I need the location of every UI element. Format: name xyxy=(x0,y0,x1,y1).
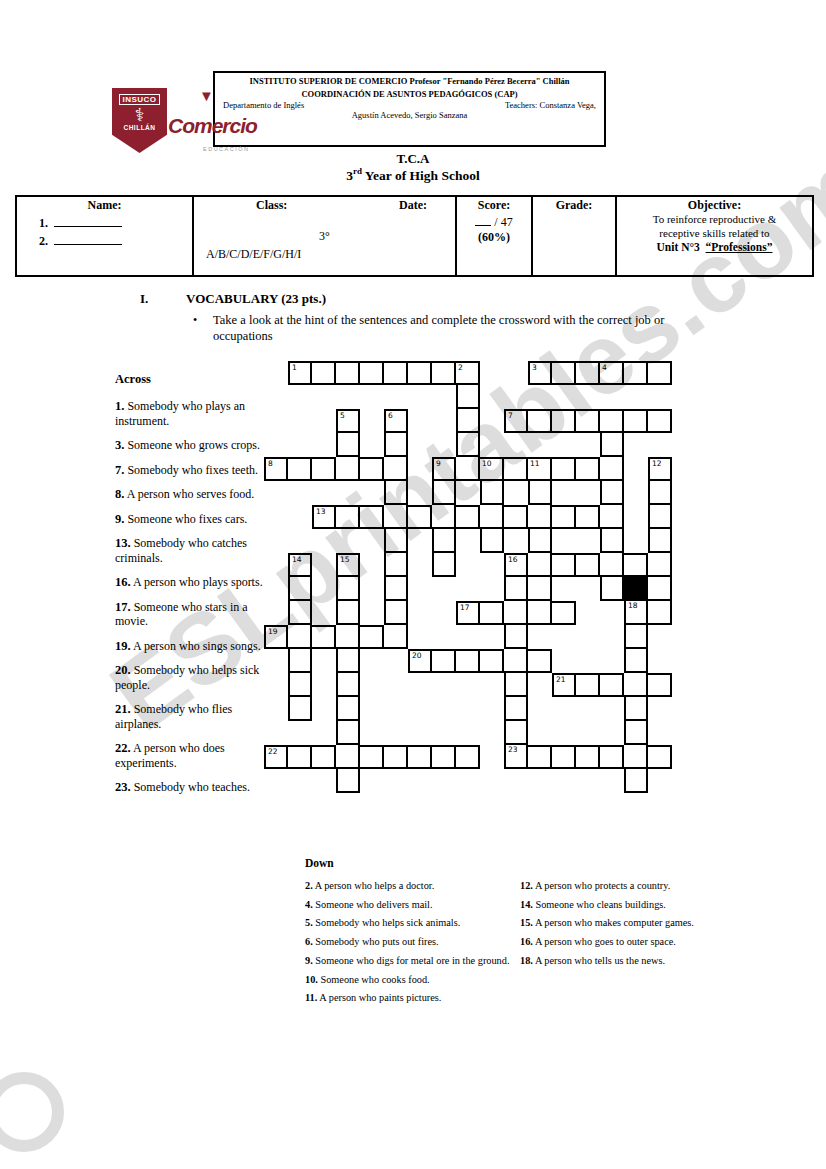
teachers-label: Teachers: Constanza Vega, xyxy=(505,100,596,110)
grid-cell[interactable] xyxy=(432,529,456,553)
clue-item: 22. A person who does experiments. xyxy=(115,741,270,770)
grid-cell[interactable] xyxy=(624,673,648,697)
grid-cell[interactable] xyxy=(600,433,624,457)
clue-item: 8. A person who serves food. xyxy=(115,487,270,502)
clue-number: 7. xyxy=(115,463,124,477)
grid-cell[interactable]: 20 xyxy=(408,649,432,673)
grid-cell[interactable]: 1 xyxy=(288,361,312,385)
clue-number: 9. xyxy=(305,955,313,966)
grid-cell[interactable] xyxy=(600,505,624,529)
brand-text: Comercio xyxy=(168,114,257,138)
clue-item: 9. Someone who digs for metal ore in the… xyxy=(305,952,509,971)
grid-cell[interactable] xyxy=(288,697,312,721)
grid-cell[interactable] xyxy=(648,481,672,505)
score-percent: (60%) xyxy=(457,230,531,245)
grid-cell[interactable] xyxy=(384,553,408,577)
grid-cell[interactable] xyxy=(576,505,600,529)
grid-cell[interactable]: 10 xyxy=(480,457,504,481)
grid-cell[interactable] xyxy=(408,505,432,529)
clue-number: 13. xyxy=(115,536,131,550)
across-clue-list: 1. Somebody who plays an instrument.3. S… xyxy=(115,399,270,795)
grid-cell[interactable]: 13 xyxy=(312,505,336,529)
cell-number: 14 xyxy=(292,556,302,564)
grid-cell[interactable] xyxy=(432,505,456,529)
grid-cell[interactable] xyxy=(288,577,312,601)
clue-item: 1. Somebody who plays an instrument. xyxy=(115,399,270,428)
clue-item: 9. Someone who fixes cars. xyxy=(115,512,270,527)
logo-city: CHILLÁN xyxy=(112,124,167,131)
grid-cell[interactable] xyxy=(648,577,672,601)
grid-cell[interactable] xyxy=(576,745,600,769)
down-heading: Down xyxy=(305,857,334,869)
grid-cell[interactable]: 12 xyxy=(648,457,672,481)
grid-cell[interactable] xyxy=(288,601,312,625)
clue-item: 3. Someone who grows crops. xyxy=(115,438,270,453)
cell-number: 3 xyxy=(532,364,537,372)
caduceus-icon: ⚕ xyxy=(112,106,167,124)
name-line-2: 2. xyxy=(39,234,192,249)
grid-cell[interactable] xyxy=(576,457,600,481)
clue-number: 11. xyxy=(305,992,317,1003)
section-heading: VOCABULARY (23 pts.) xyxy=(186,291,326,307)
grid-cell[interactable] xyxy=(336,625,360,649)
cell-number: 20 xyxy=(412,652,422,660)
grid-cell[interactable] xyxy=(624,745,648,769)
grid-cell[interactable] xyxy=(504,649,528,673)
clue-number: 5. xyxy=(305,917,313,928)
grid-cell[interactable] xyxy=(360,361,384,385)
grid-cell[interactable] xyxy=(384,433,408,457)
cell-number: 2 xyxy=(458,364,463,372)
grid-cell[interactable] xyxy=(456,385,480,409)
grid-cell[interactable] xyxy=(504,697,528,721)
grid-cell[interactable] xyxy=(648,553,672,577)
grid-cell[interactable] xyxy=(600,529,624,553)
grid-cell[interactable] xyxy=(360,505,384,529)
section-roman: I. xyxy=(140,291,148,307)
grid-cell[interactable] xyxy=(384,361,408,385)
cell-number: 17 xyxy=(460,604,470,612)
grid-cell[interactable] xyxy=(600,745,624,769)
grid-cell[interactable] xyxy=(504,457,528,481)
grid-cell[interactable] xyxy=(336,433,360,457)
grid-cell[interactable] xyxy=(336,673,360,697)
grid-cell[interactable] xyxy=(576,409,600,433)
clue-number: 21. xyxy=(115,702,131,716)
grid-cell[interactable] xyxy=(552,457,576,481)
grid-cell[interactable]: 7 xyxy=(504,409,528,433)
black-cell xyxy=(624,577,648,601)
grid-cell[interactable]: 9 xyxy=(432,457,456,481)
grid-cell[interactable] xyxy=(480,601,504,625)
clue-number: 23. xyxy=(115,780,131,794)
logo-acronym: INSUCO xyxy=(119,94,159,105)
grid-cell[interactable] xyxy=(456,409,480,433)
grid-cell[interactable] xyxy=(480,505,504,529)
score-total: / 47 xyxy=(491,215,512,229)
clue-number: 16. xyxy=(520,936,533,947)
objective-cell: Objective: To reinforce reproductive & r… xyxy=(615,197,812,275)
grid-cell[interactable] xyxy=(360,457,384,481)
grid-cell[interactable] xyxy=(432,649,456,673)
clue-number: 6. xyxy=(305,936,313,947)
institution-header-box: INSTITUTO SUPERIOR DE COMERCIO Profesor … xyxy=(213,71,606,147)
cell-number: 6 xyxy=(388,412,393,420)
subtitle-rest: Year of High School xyxy=(362,168,480,183)
grid-cell[interactable]: 18 xyxy=(624,601,648,625)
grid-cell[interactable] xyxy=(552,361,576,385)
grid-cell[interactable] xyxy=(456,433,480,457)
cell-number: 1 xyxy=(292,364,297,372)
grid-cell[interactable]: 17 xyxy=(456,601,480,625)
grid-cell[interactable] xyxy=(384,601,408,625)
clue-item: 12. A person who protects a country. xyxy=(520,877,694,896)
clue-number: 20. xyxy=(115,663,131,677)
grid-cell[interactable] xyxy=(408,745,432,769)
triangle-logo-icon: ▼ xyxy=(199,88,214,105)
grid-cell[interactable] xyxy=(504,577,528,601)
subtitle-ordinal: rd xyxy=(353,166,362,176)
grid-cell[interactable] xyxy=(648,529,672,553)
clue-item: 16. A person who plays sports. xyxy=(115,575,270,590)
objective-unit-number: Unit N°3 xyxy=(657,241,700,253)
score-label: Score: xyxy=(457,198,531,213)
clue-item: 2. A person who helps a doctor. xyxy=(305,877,509,896)
grid-cell[interactable] xyxy=(528,649,552,673)
across-clues-panel: Across 1. Somebody who plays an instrume… xyxy=(115,372,270,805)
clue-number: 3. xyxy=(115,438,124,452)
grid-cell[interactable] xyxy=(504,505,528,529)
cell-number: 15 xyxy=(340,556,350,564)
grid-cell[interactable] xyxy=(312,361,336,385)
cell-number: 10 xyxy=(482,460,492,468)
watermark-fragment xyxy=(0,1072,64,1152)
grid-cell[interactable] xyxy=(600,553,624,577)
cell-number: 16 xyxy=(508,556,518,564)
clue-item: 16. A person who goes to outer space. xyxy=(520,933,694,952)
grid-cell[interactable] xyxy=(624,361,648,385)
grid-cell[interactable] xyxy=(360,745,384,769)
grid-cell[interactable] xyxy=(600,577,624,601)
doc-title: T.C.A xyxy=(0,151,826,167)
grid-cell[interactable] xyxy=(336,361,360,385)
grid-cell[interactable] xyxy=(432,481,456,505)
name-cell: Name: 1. 2. xyxy=(17,197,192,275)
clue-number: 16. xyxy=(115,575,131,589)
cell-number: 11 xyxy=(530,460,540,468)
objective-line2: receptive skills related to xyxy=(617,227,812,241)
grid-cell[interactable] xyxy=(528,745,552,769)
grid-cell[interactable] xyxy=(312,625,336,649)
clue-number: 18. xyxy=(520,955,533,966)
grid-cell[interactable]: 14 xyxy=(288,553,312,577)
clue-number: 17. xyxy=(115,600,131,614)
grid-cell[interactable] xyxy=(432,553,456,577)
objective-line1: To reinforce reproductive & xyxy=(617,213,812,227)
grid-cell[interactable] xyxy=(528,481,552,505)
grid-cell[interactable] xyxy=(624,553,648,577)
grid-cell[interactable]: 3 xyxy=(528,361,552,385)
institution-line2: COORDINACIÓN DE ASUNTOS PEDAGÓGICOS (CAP… xyxy=(215,89,604,99)
grade-cell: Grade: xyxy=(531,197,615,275)
grid-cell[interactable] xyxy=(528,577,552,601)
department-label: Departamento de Inglés xyxy=(223,100,304,110)
clue-item: 13. Somebody who catches criminals. xyxy=(115,536,270,565)
crossword-grid: 1234567891011121314151617181920212223 xyxy=(264,361,672,793)
clue-number: 2. xyxy=(305,880,313,891)
grid-cell[interactable] xyxy=(384,745,408,769)
grid-cell[interactable] xyxy=(456,505,480,529)
grid-cell[interactable] xyxy=(432,745,456,769)
grid-cell[interactable] xyxy=(600,457,624,481)
grid-cell[interactable] xyxy=(600,481,624,505)
grid-cell[interactable] xyxy=(384,505,408,529)
grid-cell[interactable] xyxy=(408,361,432,385)
doc-subtitle: 3rd Year of High School xyxy=(0,166,826,184)
clue-item: 5. Somebody who helps sick animals. xyxy=(305,914,509,933)
cell-number: 23 xyxy=(508,746,518,754)
grid-cell[interactable] xyxy=(648,745,672,769)
grid-cell[interactable] xyxy=(624,769,648,793)
clue-item: 20. Somebody who helps sick people. xyxy=(115,663,270,692)
clue-item: 14. Someone who cleans buildings. xyxy=(520,896,694,915)
grid-cell[interactable]: 6 xyxy=(384,409,408,433)
grid-cell[interactable] xyxy=(504,721,528,745)
grid-cell[interactable] xyxy=(336,649,360,673)
grid-cell[interactable] xyxy=(384,577,408,601)
grid-cell[interactable] xyxy=(504,601,528,625)
grid-cell[interactable] xyxy=(600,409,624,433)
grid-cell[interactable] xyxy=(624,649,648,673)
objective-unit: Unit N°3 “Professions” xyxy=(617,241,812,253)
grid-cell[interactable] xyxy=(336,577,360,601)
class-letters: A/B/C/D/E/F/G/H/I xyxy=(206,247,301,262)
name-line-1: 1. xyxy=(39,216,192,231)
grid-cell[interactable]: 4 xyxy=(600,361,624,385)
grid-cell[interactable] xyxy=(552,505,576,529)
grid-cell[interactable] xyxy=(456,649,480,673)
institution-line1: INSTITUTO SUPERIOR DE COMERCIO Profesor … xyxy=(215,76,604,86)
info-table: Name: 1. 2. Class: Date: 3° A/B/C/D/E/F/… xyxy=(15,195,814,277)
grid-cell[interactable] xyxy=(384,457,408,481)
clue-item: 10. Someone who cooks food. xyxy=(305,971,509,990)
grid-cell[interactable] xyxy=(552,409,576,433)
objective-label: Objective: xyxy=(617,198,812,213)
grid-cell[interactable] xyxy=(648,409,672,433)
grid-cell[interactable] xyxy=(576,361,600,385)
clue-number: 15. xyxy=(520,917,533,928)
clue-number: 22. xyxy=(115,741,131,755)
clue-number: 12. xyxy=(520,880,533,891)
teachers-line2: Agustín Acevedo, Sergio Sanzana xyxy=(215,110,604,120)
grid-cell[interactable] xyxy=(648,505,672,529)
down-clue-list-left: 2. A person who helps a doctor.4. Someon… xyxy=(305,877,509,1008)
grid-cell[interactable] xyxy=(336,697,360,721)
section-instruction: Take a look at the hint of the sentences… xyxy=(213,313,723,344)
clue-item: 4. Someone who delivers mail. xyxy=(305,896,509,915)
grid-cell[interactable] xyxy=(336,457,360,481)
grid-cell[interactable] xyxy=(528,601,552,625)
grid-cell[interactable] xyxy=(456,745,480,769)
grid-cell[interactable] xyxy=(552,601,576,625)
grade-label: Grade: xyxy=(533,198,615,213)
grid-cell[interactable] xyxy=(552,553,576,577)
grid-cell[interactable] xyxy=(384,625,408,649)
cell-number: 9 xyxy=(436,460,441,468)
grid-cell[interactable] xyxy=(648,601,672,625)
school-logo: INSUCO ⚕ CHILLÁN xyxy=(112,88,167,153)
clue-item: 7. Somebody who fixes teeth. xyxy=(115,463,270,478)
grid-cell[interactable]: 5 xyxy=(336,409,360,433)
clue-item: 18. A person who tells us the news. xyxy=(520,952,694,971)
grid-cell[interactable] xyxy=(432,361,456,385)
grid-cell[interactable] xyxy=(360,625,384,649)
clue-item: 6. Somebody who puts out fires. xyxy=(305,933,509,952)
grid-cell[interactable] xyxy=(528,529,552,553)
grid-cell[interactable] xyxy=(624,409,648,433)
clue-number: 1. xyxy=(115,399,124,413)
class-value: 3° xyxy=(194,229,455,244)
name-line-1-number: 1. xyxy=(39,216,48,230)
grid-cell[interactable] xyxy=(480,649,504,673)
grid-cell[interactable] xyxy=(624,697,648,721)
worksheet-page: { "watermark_text": "ESLprintables.com",… xyxy=(0,0,826,1169)
grid-cell[interactable] xyxy=(552,745,576,769)
grid-cell[interactable] xyxy=(288,649,312,673)
class-cell: Class: Date: 3° A/B/C/D/E/F/G/H/I xyxy=(192,197,455,275)
grid-cell[interactable] xyxy=(336,721,360,745)
clue-item: 11. A person who paints pictures. xyxy=(305,989,509,1008)
date-label: Date: xyxy=(399,198,427,213)
clue-item: 17. Someone who stars in a movie. xyxy=(115,600,270,629)
grid-cell[interactable]: 16 xyxy=(504,553,528,577)
grid-cell[interactable] xyxy=(528,409,552,433)
score-value: / 47 xyxy=(457,215,531,230)
clue-item: 15. A person who makes computer games. xyxy=(520,914,694,933)
grid-cell[interactable] xyxy=(336,745,360,769)
grid-cell[interactable] xyxy=(648,361,672,385)
cell-number: 4 xyxy=(602,364,607,372)
score-blank xyxy=(475,216,491,226)
clue-number: 4. xyxy=(305,899,313,910)
bullet-icon: • xyxy=(193,313,197,328)
grid-cell[interactable] xyxy=(336,769,360,793)
objective-unit-name: “Professions” xyxy=(706,241,773,253)
grid-cell[interactable] xyxy=(288,625,312,649)
cell-number: 13 xyxy=(316,508,326,516)
score-cell: Score: / 47 (60%) xyxy=(455,197,531,275)
grid-cell[interactable] xyxy=(528,505,552,529)
grid-cell[interactable]: 21 xyxy=(552,673,576,697)
grid-cell[interactable] xyxy=(480,529,504,553)
grid-cell[interactable] xyxy=(312,745,336,769)
clue-number: 8. xyxy=(115,487,124,501)
clue-item: 21. Somebody who flies airplanes. xyxy=(115,702,270,731)
subtitle-number: 3 xyxy=(346,168,353,183)
grid-cell[interactable] xyxy=(528,553,552,577)
grid-cell[interactable] xyxy=(648,673,672,697)
name-label: Name: xyxy=(17,198,192,213)
grid-cell[interactable] xyxy=(480,481,504,505)
clue-number: 9. xyxy=(115,512,124,526)
grid-cell[interactable] xyxy=(576,553,600,577)
grid-cell[interactable] xyxy=(288,745,312,769)
grid-cell[interactable] xyxy=(336,601,360,625)
grid-cell[interactable] xyxy=(624,721,648,745)
brand-subtext: EDUCACIÓN xyxy=(203,146,250,152)
grid-cell[interactable] xyxy=(504,673,528,697)
clue-item: 19. A person who sings songs. xyxy=(115,639,270,654)
clue-item: 23. Somebody who teaches. xyxy=(115,780,270,795)
clue-number: 19. xyxy=(115,639,131,653)
grid-cell[interactable] xyxy=(456,457,480,481)
down-clue-list-right: 12. A person who protects a country.14. … xyxy=(520,877,694,971)
grid-cell[interactable] xyxy=(624,625,648,649)
cell-number: 18 xyxy=(628,602,638,610)
class-label: Class: xyxy=(256,198,287,213)
grid-cell[interactable]: 15 xyxy=(336,553,360,577)
cell-number: 21 xyxy=(556,676,566,684)
cell-number: 12 xyxy=(652,460,662,468)
grid-cell[interactable] xyxy=(384,481,408,505)
grid-cell[interactable] xyxy=(600,673,624,697)
grid-cell[interactable] xyxy=(288,457,312,481)
name-blank-2 xyxy=(54,234,122,245)
grid-cell[interactable] xyxy=(288,673,312,697)
clue-number: 10. xyxy=(305,974,318,985)
grid-cell[interactable]: 2 xyxy=(456,361,480,385)
cell-number: 5 xyxy=(340,412,345,420)
grid-cell[interactable] xyxy=(384,529,408,553)
clue-number: 14. xyxy=(520,899,533,910)
grid-cell[interactable]: 11 xyxy=(528,457,552,481)
name-line-2-number: 2. xyxy=(39,234,48,248)
name-blank-1 xyxy=(54,216,122,227)
grid-cell[interactable]: 23 xyxy=(504,745,528,769)
grid-cell[interactable] xyxy=(504,625,528,649)
across-heading: Across xyxy=(115,372,270,387)
grid-cell[interactable] xyxy=(576,673,600,697)
grid-cell[interactable] xyxy=(336,505,360,529)
cell-number: 7 xyxy=(508,412,513,420)
grid-cell[interactable] xyxy=(312,457,336,481)
